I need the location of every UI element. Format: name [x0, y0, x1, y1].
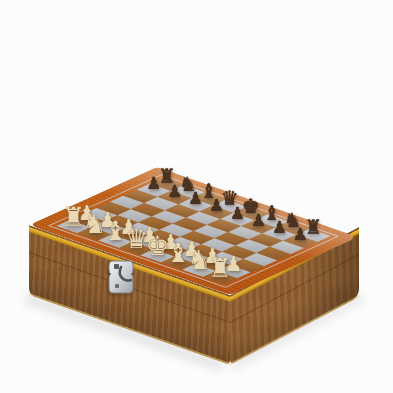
bottom-rim-front — [29, 293, 230, 365]
metal-clasp-latch — [107, 259, 135, 295]
product-photo-scene: ♜♞♝♛♚♝♞♜♟♟♟♟♟♟♟♟♟♟♟♟♟♟♟♟♜♞♝♛♚♝♞♜ — [0, 0, 393, 393]
bottom-rim-right — [230, 295, 359, 365]
clasp-icon — [107, 259, 135, 295]
